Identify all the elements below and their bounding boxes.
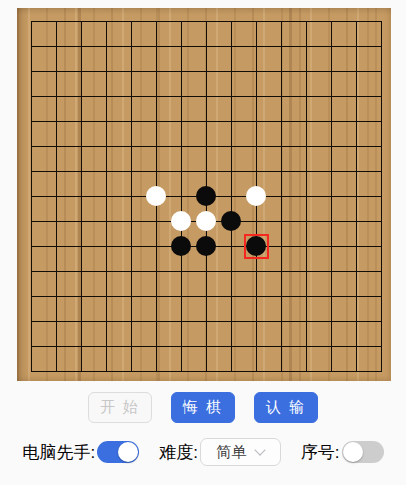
white-stone-glyph <box>171 211 191 231</box>
white-stone-glyph <box>146 186 166 206</box>
white-stone <box>144 184 169 209</box>
white-stone <box>244 184 269 209</box>
white-stone <box>169 209 194 234</box>
gomoku-board[interactable] <box>17 8 391 381</box>
computer-first-group: 电脑先手: <box>22 441 139 464</box>
last-move-marker <box>244 234 269 259</box>
settings-bar: 电脑先手: 难度: 简单 序号: <box>0 438 406 466</box>
black-stone <box>169 234 194 259</box>
stones-layer <box>19 9 394 384</box>
numbering-group: 序号: <box>301 441 384 464</box>
difficulty-label: 难度: <box>159 441 198 464</box>
white-stone-glyph <box>196 211 216 231</box>
black-stone <box>194 234 219 259</box>
black-stone <box>194 184 219 209</box>
white-stone-glyph <box>246 186 266 206</box>
black-stone-glyph <box>221 211 241 231</box>
toolbar: 开 始 悔 棋 认 输 <box>0 392 406 423</box>
difficulty-group: 难度: 简单 <box>159 438 281 466</box>
black-stone <box>219 209 244 234</box>
numbering-label: 序号: <box>301 441 340 464</box>
difficulty-value: 简单 <box>216 443 246 462</box>
computer-first-label: 电脑先手: <box>22 441 95 464</box>
numbering-switch[interactable] <box>342 441 384 463</box>
switch-knob <box>343 442 363 462</box>
black-stone-glyph <box>196 236 216 256</box>
undo-button[interactable]: 悔 棋 <box>171 392 235 423</box>
difficulty-select[interactable]: 简单 <box>200 438 281 466</box>
black-stone <box>244 234 269 259</box>
white-stone <box>194 209 219 234</box>
black-stone-glyph <box>171 236 191 256</box>
chevron-down-icon <box>255 444 266 455</box>
switch-knob <box>118 442 138 462</box>
resign-button[interactable]: 认 输 <box>254 392 318 423</box>
computer-first-switch[interactable] <box>97 441 139 463</box>
black-stone-glyph <box>196 186 216 206</box>
start-button[interactable]: 开 始 <box>88 392 152 423</box>
